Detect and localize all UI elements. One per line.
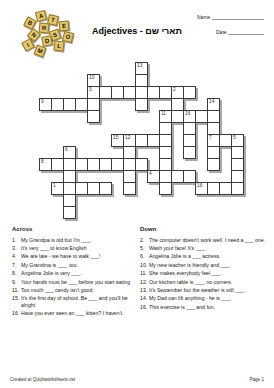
answer-cell[interactable]: [123, 182, 136, 195]
clue-item-number: 5.: [140, 245, 149, 252]
answer-cell[interactable]: [99, 182, 112, 195]
down-header: Down: [140, 226, 266, 234]
letter-tile-art: D: [41, 35, 53, 47]
date-label: Date: [216, 29, 227, 35]
clue-number: 16: [185, 111, 190, 116]
clue-number: 3: [89, 87, 92, 92]
clue-item-text: Your hands must be ___ before you start …: [21, 279, 136, 286]
clue-item: 12.Our kitchen table is ___, no corners.: [140, 279, 266, 286]
clue-number: 7: [209, 135, 212, 140]
clue-number: 2: [173, 87, 176, 92]
letter-tile-art: E: [59, 21, 70, 32]
clue-number: 12: [125, 135, 130, 140]
clue-item-number: 16.: [140, 304, 149, 311]
clue-item: 5.Wash your face! It's ___.: [140, 245, 266, 252]
clue-item-text: The computer doesn't work well. I need a…: [149, 237, 266, 244]
clue-number: 8: [41, 159, 44, 164]
clue-item-number: 4.: [12, 253, 21, 260]
clue-item-text: My Grandma is ___, too.: [21, 262, 136, 269]
clue-item: 7.My Grandma is ___, too.: [12, 262, 136, 269]
footer-page-number: Page 1: [249, 377, 264, 382]
clue-item-text: Too much ___ candy isn't good.: [21, 287, 136, 294]
answer-cell[interactable]: [159, 182, 172, 195]
clue-item-text: Wash your face! It's ___.: [149, 245, 266, 252]
crossword-tiles-art: ATBERSNODILM: [16, 10, 94, 62]
clue-item-number: 11.: [140, 270, 149, 277]
name-blank-line[interactable]: [212, 14, 264, 20]
answer-cell[interactable]: [135, 98, 148, 111]
clue-item-text: She makes everybody feel ___.: [149, 270, 266, 277]
clue-item: 4.We are late - we have to walk ___!: [12, 253, 136, 260]
clue-item-number: 7.: [12, 262, 21, 269]
clue-number: 1: [53, 183, 56, 188]
clue-item: 15.It's the first day of school. Be ___ …: [12, 295, 136, 309]
across-header: Across: [12, 226, 136, 234]
down-clues-section: Down 2.The computer doesn't work well. I…: [140, 226, 266, 312]
clue-item: 14.My Dad can lift anything - he is ___.: [140, 295, 266, 302]
across-clues-section: Across 1.My Grandpa is old but I'm ___.3…: [12, 226, 136, 319]
clue-number: 9: [41, 99, 44, 104]
clue-item-number: 11.: [12, 287, 21, 294]
clue-number: 10: [89, 75, 94, 80]
answer-cell[interactable]: [183, 86, 196, 99]
crossword-grid: 1310329141116151275684116: [39, 62, 245, 220]
clue-item-text: My Dad can lift anything - he is ___.: [149, 295, 266, 302]
clue-item: 6.Angelina Jolie is a ___ actress.: [140, 253, 266, 260]
clue-number: 6: [65, 147, 68, 152]
answer-cell[interactable]: [63, 206, 76, 219]
date-blank-line[interactable]: [228, 29, 264, 35]
clue-item: 13.It's September but the weather is sti…: [140, 287, 266, 294]
clue-item-number: 6.: [140, 253, 149, 260]
worksheet-page: ATBERSNODILM Adjectives - תארי שם Name D…: [0, 0, 274, 388]
clue-item: 10.My new teacher is friendly and ___.: [140, 262, 266, 269]
clue-item-number: 8.: [12, 270, 21, 277]
clue-item-number: 10.: [140, 262, 149, 269]
clue-item-text: It's the first day of school. Be ___ and…: [21, 295, 136, 309]
clue-item-text: This exercise is ___ and fun.: [149, 304, 266, 311]
clue-item-number: 15.: [12, 295, 21, 309]
letter-tile-art: B: [23, 16, 37, 30]
answer-cell[interactable]: [207, 158, 220, 171]
clue-item: 16.This exercise is ___ and fun.: [140, 304, 266, 311]
clue-item-number: 12.: [140, 279, 149, 286]
clue-item: 11.Too much ___ candy isn't good.: [12, 287, 136, 294]
answer-cell[interactable]: [87, 110, 100, 123]
clue-item-text: It's very ___ to know English: [21, 245, 136, 252]
letter-tile-art: M: [34, 45, 47, 58]
name-label: Name: [197, 14, 210, 20]
clue-item-text: It's September but the weather is still …: [149, 287, 266, 294]
footer-credit: Created at Quickworksheets.net: [10, 377, 75, 382]
clue-number: 15: [113, 135, 118, 140]
clue-item: 11.She makes everybody feel ___.: [140, 270, 266, 277]
date-field: Date: [216, 29, 264, 35]
down-clue-list: 2.The computer doesn't work well. I need…: [140, 237, 266, 311]
clue-item-number: 16.: [12, 310, 21, 317]
clue-item: 16.Have you ever seen an ___ kitten? I h…: [12, 310, 136, 317]
clue-item-number: 14.: [140, 295, 149, 302]
clue-item-text: My new teacher is friendly and ___.: [149, 262, 266, 269]
clue-item-number: 13.: [140, 287, 149, 294]
clue-item-text: Angelina Jolie is a ___ actress.: [149, 253, 266, 260]
clue-item-text: Have you ever seen an ___ kitten? I have…: [21, 310, 136, 317]
clue-item-number: 2.: [140, 237, 149, 244]
clue-number: 11: [161, 111, 166, 116]
clue-number: 4: [149, 171, 152, 176]
clue-item: 9.Your hands must be ___ before you star…: [12, 279, 136, 286]
clue-number: 14: [209, 99, 214, 104]
clue-number: 5: [233, 135, 236, 140]
clue-item-text: My Grandpa is old but I'm ___.: [21, 237, 136, 244]
clue-number: 13: [137, 63, 142, 68]
clue-item-text: Our kitchen table is ___, no corners.: [149, 279, 266, 286]
clue-item-text: We are late - we have to walk ___!: [21, 253, 136, 260]
name-field: Name: [197, 14, 264, 20]
clue-number: 16: [197, 183, 202, 188]
across-clue-list: 1.My Grandpa is old but I'm ___.3.It's v…: [12, 237, 136, 317]
clue-item-number: 9.: [12, 279, 21, 286]
clue-item-text: Angelina Jolie is very ___.: [21, 270, 136, 277]
clue-item: 2.The computer doesn't work well. I need…: [140, 237, 266, 244]
clue-item: 1.My Grandpa is old but I'm ___.: [12, 237, 136, 244]
page-title: Adjectives - תארי שם: [92, 26, 182, 36]
letter-tile-art: L: [53, 40, 64, 51]
clue-item-number: 1.: [12, 237, 21, 244]
clue-item: 8.Angelina Jolie is very ___.: [12, 270, 136, 277]
clue-item: 3.It's very ___ to know English: [12, 245, 136, 252]
answer-cell[interactable]: [231, 182, 244, 195]
clue-item-number: 3.: [12, 245, 21, 252]
answer-cell[interactable]: [183, 146, 196, 159]
